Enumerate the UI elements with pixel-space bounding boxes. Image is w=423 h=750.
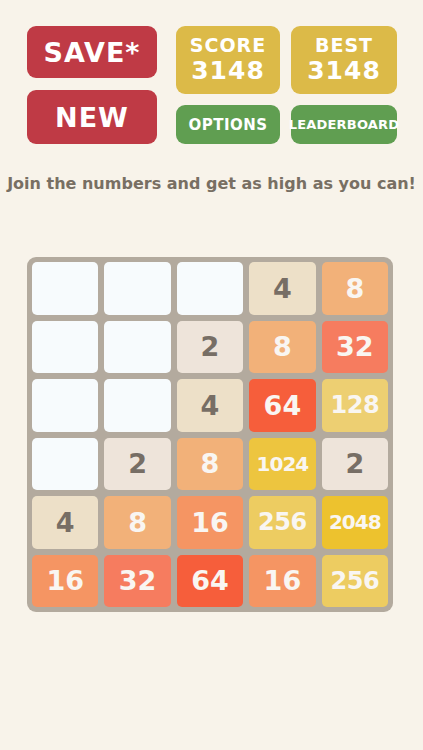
empty-cell-r4c1 — [32, 438, 98, 491]
tile-4-r5c1: 4 — [32, 496, 98, 549]
tile-4-r3c3: 4 — [177, 379, 243, 432]
app-screen: SAVE* NEW SCORE 3148 BEST 3148 OPTIONS L… — [0, 0, 423, 750]
tile-256-r5c4: 256 — [249, 496, 315, 549]
empty-cell-r1c2 — [104, 262, 170, 315]
tile-128-r3c5: 128 — [322, 379, 388, 432]
tile-8-r5c2: 8 — [104, 496, 170, 549]
new-button[interactable]: NEW — [27, 90, 157, 144]
tile-256-r6c5: 256 — [322, 555, 388, 608]
tile-4-r1c4: 4 — [249, 262, 315, 315]
tile-2-r4c2: 2 — [104, 438, 170, 491]
tagline: Join the numbers and get as high as you … — [0, 174, 423, 193]
tile-2048-r5c5: 2048 — [322, 496, 388, 549]
tile-8-r2c4: 8 — [249, 321, 315, 374]
empty-cell-r3c2 — [104, 379, 170, 432]
tile-32-r2c5: 32 — [322, 321, 388, 374]
save-button[interactable]: SAVE* — [27, 26, 157, 78]
tile-64-r3c4: 64 — [249, 379, 315, 432]
best-value: 3148 — [307, 56, 381, 86]
leaderboard-button[interactable]: LEADERBOARD — [291, 105, 397, 144]
tile-8-r1c5: 8 — [322, 262, 388, 315]
empty-cell-r3c1 — [32, 379, 98, 432]
best-label: BEST — [315, 34, 373, 56]
score-display: SCORE 3148 — [176, 26, 280, 94]
tile-16-r6c1: 16 — [32, 555, 98, 608]
tile-2-r4c5: 2 — [322, 438, 388, 491]
tile-16-r5c3: 16 — [177, 496, 243, 549]
tile-1024-r4c4: 1024 — [249, 438, 315, 491]
score-label: SCORE — [190, 34, 266, 56]
game-board[interactable]: 4828324641282810242481625620481632641625… — [27, 257, 393, 612]
score-value: 3148 — [191, 56, 265, 86]
tile-2-r2c3: 2 — [177, 321, 243, 374]
empty-cell-r2c2 — [104, 321, 170, 374]
tile-16-r6c4: 16 — [249, 555, 315, 608]
tile-8-r4c3: 8 — [177, 438, 243, 491]
tile-64-r6c3: 64 — [177, 555, 243, 608]
tile-32-r6c2: 32 — [104, 555, 170, 608]
empty-cell-r1c3 — [177, 262, 243, 315]
best-display: BEST 3148 — [291, 26, 397, 94]
empty-cell-r1c1 — [32, 262, 98, 315]
empty-cell-r2c1 — [32, 321, 98, 374]
options-button[interactable]: OPTIONS — [176, 105, 280, 144]
